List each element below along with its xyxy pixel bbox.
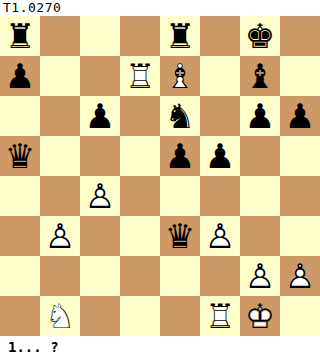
square-f2[interactable]: [200, 256, 240, 296]
square-g2[interactable]: ♟♙: [240, 256, 280, 296]
white-pawn[interactable]: ♟♙: [280, 256, 320, 296]
square-c7[interactable]: [80, 56, 120, 96]
square-d8[interactable]: [120, 16, 160, 56]
square-e4[interactable]: [160, 176, 200, 216]
square-g3[interactable]: [240, 216, 280, 256]
white-bishop-glyph: ♗: [160, 56, 200, 96]
square-c5[interactable]: [80, 136, 120, 176]
black-pawn[interactable]: ♟: [240, 96, 280, 136]
square-c3[interactable]: [80, 216, 120, 256]
square-g1[interactable]: ♚♔: [240, 296, 280, 336]
square-a6[interactable]: [0, 96, 40, 136]
black-bishop[interactable]: ♝: [240, 56, 280, 96]
white-king[interactable]: ♚♔: [240, 296, 280, 336]
square-e7[interactable]: ♝♗: [160, 56, 200, 96]
white-pawn-glyph: ♙: [80, 176, 120, 216]
black-knight[interactable]: ♞: [160, 96, 200, 136]
square-h1[interactable]: [280, 296, 320, 336]
square-e6[interactable]: ♞: [160, 96, 200, 136]
square-b5[interactable]: [40, 136, 80, 176]
white-knight[interactable]: ♞♘: [40, 296, 80, 336]
square-c8[interactable]: [80, 16, 120, 56]
square-g5[interactable]: [240, 136, 280, 176]
square-e3[interactable]: ♛: [160, 216, 200, 256]
square-a5[interactable]: ♛: [0, 136, 40, 176]
square-e8[interactable]: ♜: [160, 16, 200, 56]
square-h6[interactable]: ♟: [280, 96, 320, 136]
square-a4[interactable]: [0, 176, 40, 216]
square-f7[interactable]: [200, 56, 240, 96]
square-a3[interactable]: [0, 216, 40, 256]
white-pawn-glyph: ♙: [40, 216, 80, 256]
square-c4[interactable]: ♟♙: [80, 176, 120, 216]
black-rook[interactable]: ♜: [160, 16, 200, 56]
square-c1[interactable]: [80, 296, 120, 336]
square-h3[interactable]: [280, 216, 320, 256]
chess-board: ♜♜♚♟♜♖♝♗♝♟♞♟♟♛♟♟♟♙♟♙♛♟♙♟♙♟♙♞♘♜♖♚♔: [0, 16, 320, 336]
chess-puzzle-app: T1.0270 ♜♜♚♟♜♖♝♗♝♟♞♟♟♛♟♟♟♙♟♙♛♟♙♟♙♟♙♞♘♜♖♚…: [0, 0, 320, 360]
square-d7[interactable]: ♜♖: [120, 56, 160, 96]
square-g4[interactable]: [240, 176, 280, 216]
square-e5[interactable]: ♟: [160, 136, 200, 176]
white-bishop[interactable]: ♝♗: [160, 56, 200, 96]
white-pawn[interactable]: ♟♙: [200, 216, 240, 256]
square-b7[interactable]: [40, 56, 80, 96]
square-h8[interactable]: [280, 16, 320, 56]
square-b8[interactable]: [40, 16, 80, 56]
puzzle-id: T1.0270: [0, 0, 320, 16]
white-knight-glyph: ♘: [40, 296, 80, 336]
square-b3[interactable]: ♟♙: [40, 216, 80, 256]
square-a7[interactable]: ♟: [0, 56, 40, 96]
square-a8[interactable]: ♜: [0, 16, 40, 56]
square-f5[interactable]: ♟: [200, 136, 240, 176]
square-d3[interactable]: [120, 216, 160, 256]
white-king-glyph: ♔: [240, 296, 280, 336]
white-pawn-glyph: ♙: [240, 256, 280, 296]
square-d2[interactable]: [120, 256, 160, 296]
black-king[interactable]: ♚: [240, 16, 280, 56]
square-h5[interactable]: [280, 136, 320, 176]
square-c6[interactable]: ♟: [80, 96, 120, 136]
black-rook[interactable]: ♜: [0, 16, 40, 56]
square-a2[interactable]: [0, 256, 40, 296]
square-f6[interactable]: [200, 96, 240, 136]
black-pawn[interactable]: ♟: [80, 96, 120, 136]
square-d5[interactable]: [120, 136, 160, 176]
square-e2[interactable]: [160, 256, 200, 296]
move-prompt: 1... ?: [0, 336, 320, 360]
white-pawn[interactable]: ♟♙: [80, 176, 120, 216]
square-b2[interactable]: [40, 256, 80, 296]
square-b6[interactable]: [40, 96, 80, 136]
white-pawn[interactable]: ♟♙: [40, 216, 80, 256]
black-queen[interactable]: ♛: [0, 136, 40, 176]
white-pawn-glyph: ♙: [280, 256, 320, 296]
white-rook-glyph: ♖: [200, 296, 240, 336]
square-b4[interactable]: [40, 176, 80, 216]
square-e1[interactable]: [160, 296, 200, 336]
white-rook[interactable]: ♜♖: [120, 56, 160, 96]
square-d1[interactable]: [120, 296, 160, 336]
white-rook[interactable]: ♜♖: [200, 296, 240, 336]
square-c2[interactable]: [80, 256, 120, 296]
square-h2[interactable]: ♟♙: [280, 256, 320, 296]
square-g7[interactable]: ♝: [240, 56, 280, 96]
square-h4[interactable]: [280, 176, 320, 216]
black-pawn[interactable]: ♟: [0, 56, 40, 96]
square-a1[interactable]: [0, 296, 40, 336]
square-f1[interactable]: ♜♖: [200, 296, 240, 336]
square-g6[interactable]: ♟: [240, 96, 280, 136]
white-pawn-glyph: ♙: [200, 216, 240, 256]
square-d4[interactable]: [120, 176, 160, 216]
black-pawn[interactable]: ♟: [280, 96, 320, 136]
black-pawn[interactable]: ♟: [200, 136, 240, 176]
square-f3[interactable]: ♟♙: [200, 216, 240, 256]
white-rook-glyph: ♖: [120, 56, 160, 96]
square-d6[interactable]: [120, 96, 160, 136]
white-pawn[interactable]: ♟♙: [240, 256, 280, 296]
black-queen[interactable]: ♛: [160, 216, 200, 256]
square-f4[interactable]: [200, 176, 240, 216]
black-pawn[interactable]: ♟: [160, 136, 200, 176]
square-f8[interactable]: [200, 16, 240, 56]
square-g8[interactable]: ♚: [240, 16, 280, 56]
square-h7[interactable]: [280, 56, 320, 96]
square-b1[interactable]: ♞♘: [40, 296, 80, 336]
